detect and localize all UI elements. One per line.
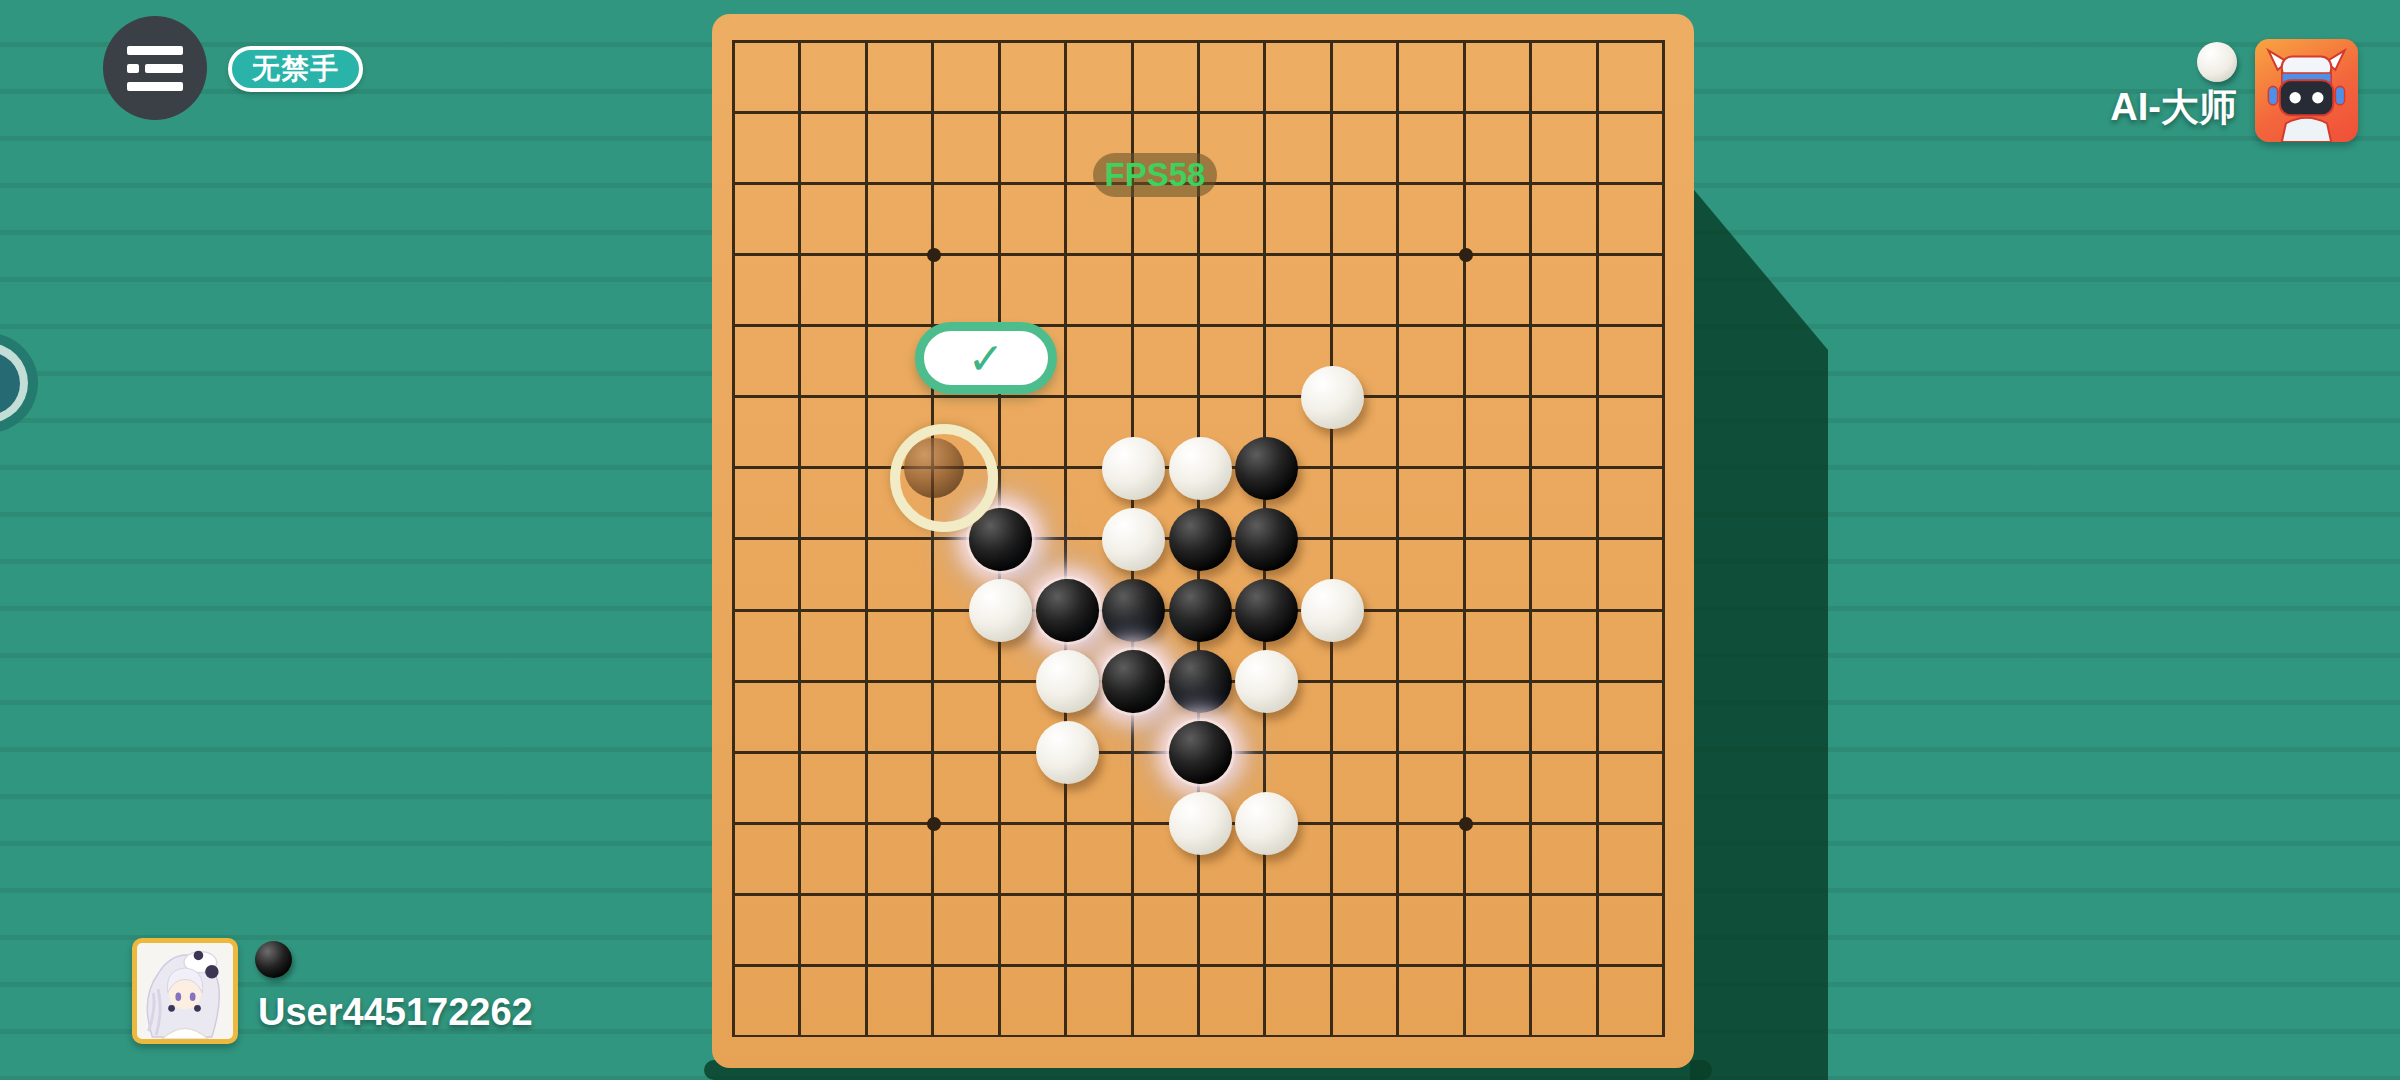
menu-button[interactable] [103,16,207,120]
rule-badge: 无禁手 [228,46,363,92]
timer-value: 22 [0,352,20,415]
menu-icon-bottom [127,82,183,91]
ai-player-name: AI-大师 [2110,82,2237,133]
user-player-name: User445172262 [258,991,533,1034]
black-stone-icon [255,941,292,978]
robot-icon [2255,39,2358,142]
check-icon: ✓ [968,333,1005,384]
timer-ring: 22 [0,343,28,423]
timer-circle: 22 [0,333,38,433]
rule-badge-label: 无禁手 [252,50,339,88]
user-avatar [132,938,238,1044]
fps-label: FPS58 [1105,156,1206,194]
ai-avatar [2255,39,2358,142]
white-stone-icon [2197,42,2237,82]
game-screen: FPS58 ✓ 无禁手 22 AI-大师 [0,0,2400,1080]
confirm-move-button[interactable]: ✓ [915,322,1057,394]
anime-girl-icon [137,943,233,1039]
menu-icon-middle [127,64,183,73]
menu-icon [127,46,183,55]
fps-badge: FPS58 [1093,153,1217,197]
